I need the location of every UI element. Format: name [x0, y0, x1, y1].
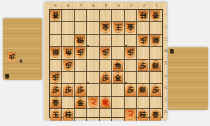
square-6c[interactable]	[87, 35, 99, 47]
square-8d[interactable]: 角	[62, 47, 74, 59]
square-4i[interactable]	[112, 109, 124, 120]
square-7c[interactable]: 飛	[75, 35, 87, 47]
square-6a[interactable]	[87, 10, 99, 22]
piece-gote-5d[interactable]: 歩	[100, 47, 111, 58]
square-5a[interactable]	[100, 10, 112, 22]
rank-label-7: 七	[164, 82, 168, 94]
piece-gote-9a[interactable]: 香	[50, 10, 61, 21]
square-9e[interactable]	[50, 60, 62, 72]
square-1b[interactable]	[150, 22, 162, 34]
piece-kanji: 飛	[77, 36, 84, 43]
piece-kanji: 角	[114, 63, 121, 70]
square-4g[interactable]	[112, 84, 124, 96]
square-5c[interactable]	[100, 35, 112, 47]
square-1f[interactable]	[150, 72, 162, 84]
square-6b[interactable]	[87, 22, 99, 34]
square-4f[interactable]: 金	[112, 72, 124, 84]
piece-kanji: 桂	[139, 112, 146, 119]
piece-kanji: 桂	[139, 11, 146, 18]
piece-kanji: 玉	[52, 112, 59, 119]
square-6f[interactable]	[87, 72, 99, 84]
piece-gote-1a[interactable]: 香	[150, 10, 161, 21]
square-9b[interactable]	[50, 22, 62, 34]
piece-kanji: 香	[52, 100, 59, 107]
star-point	[87, 45, 89, 47]
piece-sente-4f[interactable]: 金	[113, 72, 124, 83]
square-4e[interactable]: 角	[112, 60, 124, 72]
piece-sente-2e[interactable]: 歩	[138, 60, 149, 71]
square-3e[interactable]	[125, 60, 137, 72]
piece-sente-8i[interactable]: 桂	[63, 109, 74, 120]
piece-kanji: 歩	[52, 73, 59, 80]
piece-kanji: 歩	[77, 87, 84, 94]
piece-kanji: と	[127, 111, 134, 118]
piece-kanji: 歩	[152, 87, 159, 94]
piece-kanji: と	[89, 98, 96, 105]
piece-gote-2c[interactable]: 歩	[138, 35, 149, 46]
square-9i[interactable]: 玉	[50, 109, 62, 120]
square-5i[interactable]	[100, 109, 112, 120]
piece-sente-5h[interactable]: 竜	[100, 97, 111, 108]
sente-indicator-icon	[170, 49, 175, 54]
square-1d[interactable]	[150, 47, 162, 59]
square-1i[interactable]: 香	[150, 109, 162, 120]
square-9g[interactable]: 歩	[50, 84, 62, 96]
piece-kanji: 銀	[152, 63, 159, 70]
piece-sente-7h[interactable]: 金	[75, 97, 86, 108]
rank-label-4: 四	[164, 45, 168, 57]
piece-gote-5b[interactable]: 金	[100, 22, 111, 33]
square-1c[interactable]: 銀	[150, 35, 162, 47]
square-6i[interactable]	[87, 109, 99, 120]
square-9h[interactable]: 香	[50, 97, 62, 109]
square-1a[interactable]: 香	[150, 10, 162, 22]
square-9d[interactable]: 銀	[50, 47, 62, 59]
piece-kanji: 銀	[152, 36, 159, 43]
rank-label-6: 六	[164, 70, 168, 82]
piece-kanji: 香	[152, 11, 159, 18]
piece-sente-1i[interactable]: 香	[150, 109, 161, 120]
sente-komadai	[168, 47, 208, 110]
square-7b[interactable]	[75, 22, 87, 34]
square-3d[interactable]: 歩	[125, 47, 137, 59]
piece-kanji: 銀	[139, 87, 146, 94]
piece-gote-7d[interactable]: 歩	[75, 47, 86, 58]
piece-gote-3d[interactable]: 歩	[125, 47, 136, 58]
piece-kanji: 歩	[102, 75, 109, 82]
star-point	[87, 82, 89, 84]
piece-kanji: 角	[65, 49, 72, 56]
square-3h[interactable]	[125, 97, 137, 109]
square-8b[interactable]	[62, 22, 74, 34]
gote-indicator-icon	[5, 74, 10, 79]
piece-kanji: 歩	[139, 36, 146, 43]
square-2g[interactable]: 銀	[137, 84, 149, 96]
piece-sente-9i[interactable]: 玉	[50, 109, 61, 120]
piece-gote-4b[interactable]: 王	[113, 22, 124, 33]
square-8a[interactable]	[62, 10, 74, 22]
rank-label-3: 三	[164, 33, 168, 45]
square-3b[interactable]: 金	[125, 22, 137, 34]
square-4c[interactable]	[112, 35, 124, 47]
square-2b[interactable]	[137, 22, 149, 34]
square-8e[interactable]: 歩	[62, 60, 74, 72]
gote-hand-piece-kanji: 歩	[9, 54, 15, 60]
square-1g[interactable]: 歩	[150, 84, 162, 96]
piece-gote-3i[interactable]: と	[125, 109, 136, 120]
rank-label-2: 二	[164, 21, 168, 33]
square-6e[interactable]	[87, 60, 99, 72]
square-7h[interactable]: 金	[75, 97, 87, 109]
piece-gote-9d[interactable]: 銀	[50, 47, 61, 58]
piece-sente-8g[interactable]: 歩	[63, 84, 74, 95]
square-9c[interactable]	[50, 35, 62, 47]
square-2e[interactable]: 歩	[137, 60, 149, 72]
square-2i[interactable]: 桂	[137, 109, 149, 120]
shogi-app: 歩 4 987654321 一二三四五六七八九 香桂香金王金飛歩銀銀角歩歩歩歩角…	[0, 0, 210, 126]
star-point	[125, 45, 127, 47]
piece-sente-1g[interactable]: 歩	[150, 84, 161, 95]
piece-sente-9h[interactable]: 香	[50, 97, 61, 108]
piece-kanji: 歩	[139, 63, 146, 70]
shogi-board: 987654321 一二三四五六七八九 香桂香金王金飛歩銀銀角歩歩歩歩角歩銀歩歩…	[44, 2, 167, 120]
piece-kanji: 銀	[52, 49, 59, 56]
piece-kanji: 桂	[65, 112, 72, 119]
square-2a[interactable]: 桂	[137, 10, 149, 22]
square-3a[interactable]	[125, 10, 137, 22]
square-7e[interactable]	[75, 60, 87, 72]
rank-label-9: 九	[164, 106, 168, 118]
piece-gote-8e[interactable]: 歩	[63, 60, 74, 71]
piece-gote-2a[interactable]: 桂	[138, 10, 149, 21]
piece-kanji: 歩	[127, 87, 134, 94]
square-7i[interactable]	[75, 109, 87, 120]
square-2c[interactable]: 歩	[137, 35, 149, 47]
square-3i[interactable]: と	[125, 109, 137, 120]
square-5g[interactable]	[100, 84, 112, 96]
gote-hand-piece-count: 4	[19, 58, 22, 64]
square-8i[interactable]: 桂	[62, 109, 74, 120]
square-4h[interactable]	[112, 97, 124, 109]
square-7f[interactable]	[75, 72, 87, 84]
piece-sente-4e[interactable]: 角	[113, 60, 124, 71]
piece-kanji: 竜	[102, 100, 109, 107]
square-8h[interactable]	[62, 97, 74, 109]
piece-kanji: 香	[152, 112, 159, 119]
piece-gote-6h[interactable]: と	[88, 97, 99, 108]
square-7a[interactable]	[75, 10, 87, 22]
piece-kanji: 金	[102, 24, 109, 31]
square-1e[interactable]: 銀	[150, 60, 162, 72]
piece-kanji: 王	[114, 24, 121, 31]
piece-sente-9g[interactable]: 歩	[50, 84, 61, 95]
piece-sente-3g[interactable]: 歩	[125, 84, 136, 95]
piece-kanji: 金	[127, 24, 134, 31]
piece-kanji: 歩	[77, 49, 84, 56]
square-5b[interactable]: 金	[100, 22, 112, 34]
square-9a[interactable]: 香	[50, 10, 62, 22]
piece-kanji: 金	[114, 75, 121, 82]
piece-sente-1e[interactable]: 銀	[150, 60, 161, 71]
square-6h[interactable]: と	[87, 97, 99, 109]
square-6g[interactable]	[87, 84, 99, 96]
gote-komadai: 歩 4	[3, 18, 42, 80]
square-2h[interactable]	[137, 97, 149, 109]
gote-hand-piece-pawn[interactable]: 歩	[7, 52, 17, 63]
square-7d[interactable]: 歩	[75, 47, 87, 59]
square-3g[interactable]: 歩	[125, 84, 137, 96]
square-7g[interactable]: 歩	[75, 84, 87, 96]
rank-labels: 一二三四五六七八九	[164, 9, 168, 118]
piece-kanji: 歩	[102, 49, 109, 56]
square-8g[interactable]: 歩	[62, 84, 74, 96]
square-2d[interactable]	[137, 47, 149, 59]
piece-sente-5f[interactable]: 歩	[100, 72, 111, 83]
piece-gote-1c[interactable]: 銀	[150, 35, 161, 46]
board-grid: 香桂香金王金飛歩銀銀角歩歩歩歩角歩銀歩歩金歩歩歩歩銀歩香金と竜玉桂と桂香	[49, 9, 163, 118]
piece-gote-3b[interactable]: 金	[125, 22, 136, 33]
square-5e[interactable]	[100, 60, 112, 72]
piece-kanji: 歩	[52, 87, 59, 94]
square-4d[interactable]	[112, 47, 124, 59]
piece-kanji: 香	[52, 11, 59, 18]
star-point	[125, 82, 127, 84]
piece-kanji: 歩	[127, 49, 134, 56]
piece-kanji: 歩	[65, 61, 72, 68]
square-1h[interactable]	[150, 97, 162, 109]
square-2f[interactable]	[137, 72, 149, 84]
piece-sente-7g[interactable]: 歩	[75, 84, 86, 95]
rank-label-1: 一	[164, 9, 168, 21]
piece-kanji: 歩	[65, 87, 72, 94]
square-4a[interactable]	[112, 10, 124, 22]
square-4b[interactable]: 王	[112, 22, 124, 34]
square-5h[interactable]: 竜	[100, 97, 112, 109]
piece-gote-9f[interactable]: 歩	[50, 72, 61, 83]
square-5d[interactable]: 歩	[100, 47, 112, 59]
piece-gote-7c[interactable]: 飛	[75, 35, 86, 46]
square-8f[interactable]	[62, 72, 74, 84]
piece-kanji: 金	[77, 100, 84, 107]
rank-label-8: 八	[164, 94, 168, 106]
piece-sente-2g[interactable]: 銀	[138, 84, 149, 95]
piece-sente-2i[interactable]: 桂	[138, 109, 149, 120]
rank-label-5: 五	[164, 57, 168, 69]
square-8c[interactable]	[62, 35, 74, 47]
square-5f[interactable]: 歩	[100, 72, 112, 84]
piece-gote-8d[interactable]: 角	[63, 47, 74, 58]
square-6d[interactable]	[87, 47, 99, 59]
square-9f[interactable]: 歩	[50, 72, 62, 84]
